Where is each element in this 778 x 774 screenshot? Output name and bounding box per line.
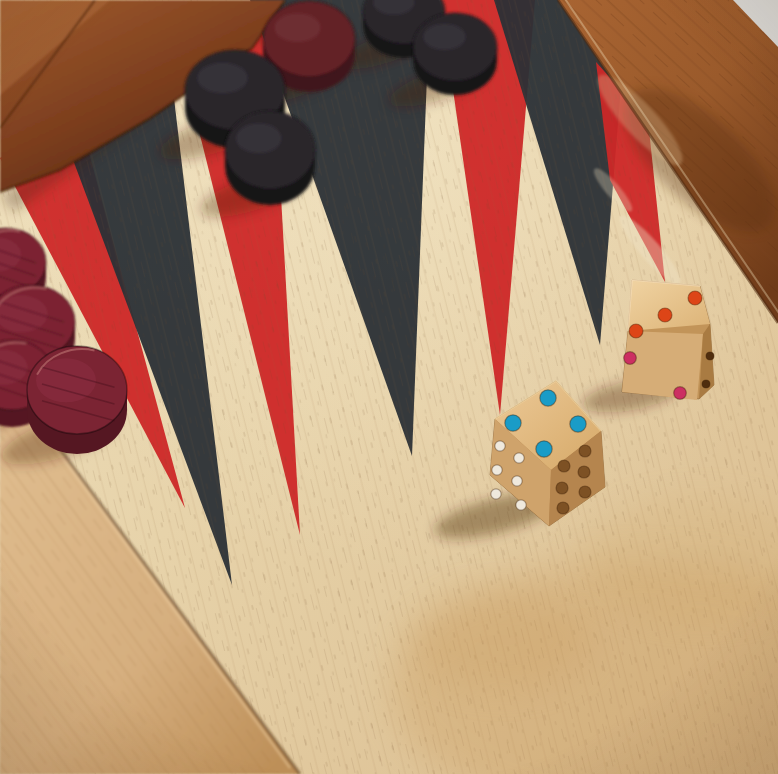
scene-svg <box>0 0 778 774</box>
backgammon-photo-scene <box>0 0 778 774</box>
vignette <box>0 0 778 774</box>
